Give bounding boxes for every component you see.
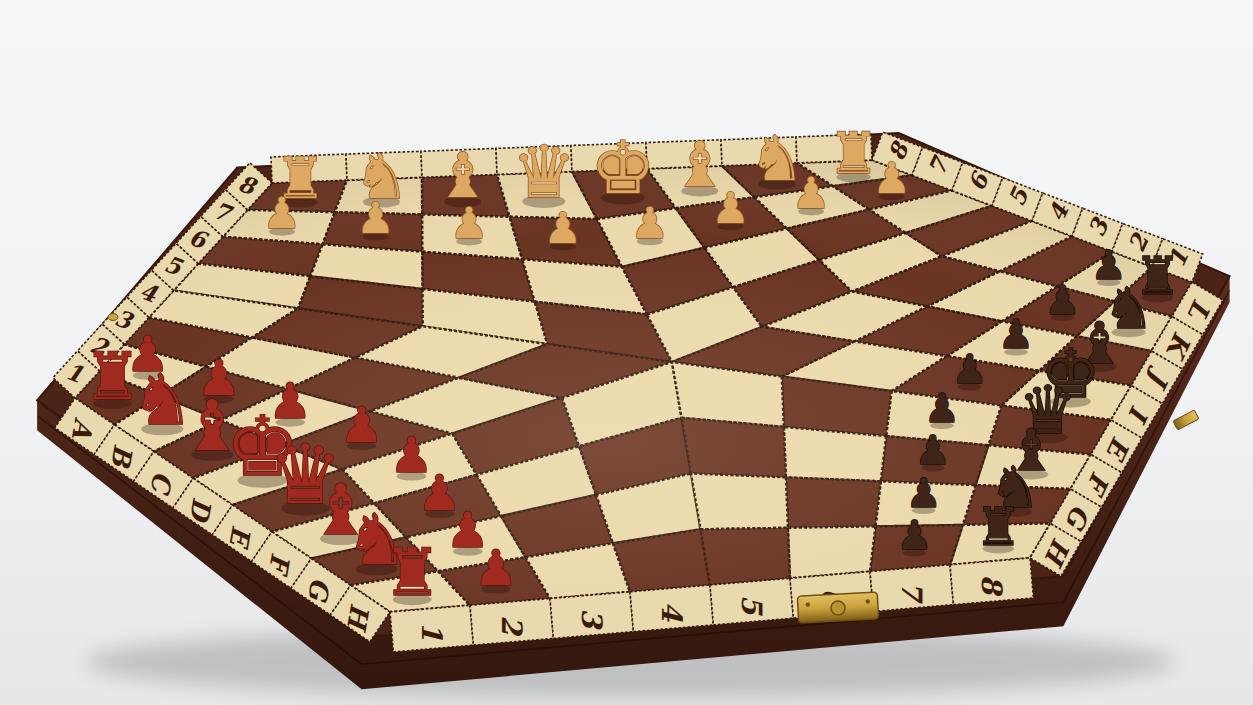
coordinate-label-3: 3 <box>575 608 608 630</box>
coordinate-label-4: 4 <box>655 602 688 623</box>
coordinate-label-8: 8 <box>975 575 1008 597</box>
white-pawn-5[interactable]: ♟ <box>631 198 670 248</box>
svg-text:♜: ♜ <box>975 497 1022 557</box>
svg-text:♟: ♟ <box>906 470 942 516</box>
black-pawn-7[interactable]: ♟ <box>906 470 942 516</box>
coordinate-label-1: 1 <box>415 622 448 641</box>
white-pawn-1[interactable]: ♟ <box>263 188 302 238</box>
svg-text:♟: ♟ <box>263 188 302 238</box>
brass-clasp[interactable] <box>797 592 878 623</box>
white-pawn-6[interactable]: ♟ <box>711 183 750 233</box>
white-queen[interactable]: ♛ <box>512 130 577 214</box>
svg-text:♜: ♜ <box>383 535 441 610</box>
red-pawn-8[interactable]: ♟ <box>474 540 518 597</box>
svg-text:♟: ♟ <box>543 203 582 253</box>
black-pawn-8[interactable]: ♟ <box>897 512 933 558</box>
svg-text:♟: ♟ <box>711 183 750 233</box>
svg-text:♟: ♟ <box>450 198 489 248</box>
brass-pin <box>108 314 118 321</box>
black-pawn-3[interactable]: ♟ <box>998 311 1034 357</box>
svg-text:♟: ♟ <box>631 198 670 248</box>
red-rook[interactable]: ♜ <box>383 535 441 610</box>
white-pawn-7[interactable]: ♟ <box>792 168 831 218</box>
svg-text:♟: ♟ <box>340 397 384 454</box>
svg-text:♟: ♟ <box>924 385 960 431</box>
red-pawn-4[interactable]: ♟ <box>340 397 384 454</box>
svg-text:♟: ♟ <box>872 153 911 203</box>
svg-text:♟: ♟ <box>998 311 1034 357</box>
white-pawn-8[interactable]: ♟ <box>872 153 911 203</box>
black-pawn-5[interactable]: ♟ <box>924 385 960 431</box>
white-pawn-2[interactable]: ♟ <box>356 193 395 243</box>
svg-text:♟: ♟ <box>474 540 518 597</box>
white-pawn-3[interactable]: ♟ <box>450 198 489 248</box>
coordinate-label-2: 2 <box>495 615 528 637</box>
three-player-chess-board: 87654321ABCDEFGH12345678LKJIEFGH87654321… <box>0 0 1253 705</box>
svg-text:♟: ♟ <box>915 427 951 473</box>
svg-text:♟: ♟ <box>792 168 831 218</box>
coordinate-label-5: 5 <box>735 595 768 616</box>
svg-text:♟: ♟ <box>897 512 933 558</box>
brass-hinge <box>1173 410 1199 430</box>
svg-text:♛: ♛ <box>512 130 577 214</box>
black-rook[interactable]: ♜ <box>975 497 1022 557</box>
three-player-chess-product-photo: 87654321ABCDEFGH12345678LKJIEFGH87654321… <box>0 0 1253 705</box>
black-pawn-6[interactable]: ♟ <box>915 427 951 473</box>
svg-text:♟: ♟ <box>356 193 395 243</box>
white-pawn-4[interactable]: ♟ <box>543 203 582 253</box>
